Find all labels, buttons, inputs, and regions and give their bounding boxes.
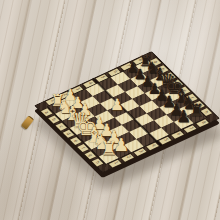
chess-set-photo: aabbccddeeffgghh8877665544332211 ♜♞♝♛♚♝♞… — [0, 0, 220, 220]
